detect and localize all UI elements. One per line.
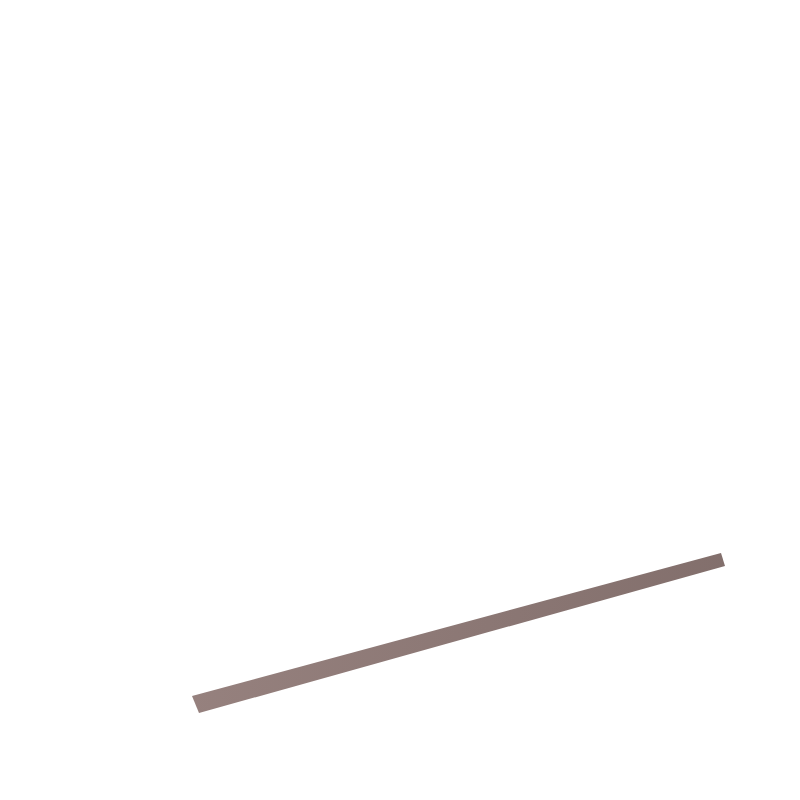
- chessboard: [0, 0, 514, 474]
- mushroom-chess-board-photo: [0, 0, 800, 800]
